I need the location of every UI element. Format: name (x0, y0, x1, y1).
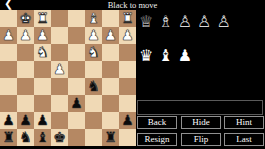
side-panel: ♕♗♙♙♙ ♛♝♟ Back Hide Hint Resign Flip Las… (136, 10, 265, 149)
black-bishop-piece[interactable]: ♝ (36, 129, 49, 146)
white-pawn-piece[interactable]: ♟ (36, 27, 49, 44)
square-a8[interactable] (119, 129, 136, 146)
square-f5[interactable] (34, 78, 51, 95)
square-e2[interactable] (51, 27, 68, 44)
black-pawn-piece[interactable]: ♟ (2, 112, 15, 129)
square-c4[interactable] (85, 61, 102, 78)
square-g8[interactable]: ♞ (17, 129, 34, 146)
square-a3[interactable] (119, 44, 136, 61)
square-c3[interactable]: ♞ (85, 44, 102, 61)
resign-button[interactable]: Resign (137, 133, 177, 146)
square-f2[interactable]: ♟ (34, 27, 51, 44)
square-f3[interactable]: ♞ (34, 44, 51, 61)
captured-black-pawn-icon: ♙ (216, 13, 230, 31)
black-knight-piece[interactable]: ♞ (19, 129, 32, 146)
square-f8[interactable]: ♝ (34, 129, 51, 146)
square-b2[interactable]: ♟ (102, 27, 119, 44)
captured-white-pawn-icon: ♟ (178, 47, 192, 65)
square-d5[interactable] (68, 78, 85, 95)
square-c8[interactable] (85, 129, 102, 146)
white-pawn-piece[interactable]: ♟ (121, 27, 134, 44)
square-g5[interactable] (17, 78, 34, 95)
square-g4[interactable] (17, 61, 34, 78)
square-b6[interactable] (102, 95, 119, 112)
square-f4[interactable] (34, 61, 51, 78)
white-knight-piece[interactable]: ♞ (36, 44, 49, 61)
square-e1[interactable] (51, 10, 68, 27)
square-h8[interactable]: ♜ (0, 129, 17, 146)
square-c2[interactable]: ♟ (85, 27, 102, 44)
square-h4[interactable] (0, 61, 17, 78)
square-e6[interactable] (51, 95, 68, 112)
square-g3[interactable] (17, 44, 34, 61)
chess-app-window: ❮ Black to move ♚♜♝♜♟♟♟♟♟♟♞♞♟♞♟♟♟♟♟♜♞♝♚♜… (0, 0, 265, 149)
top-bar: ❮ Black to move (0, 0, 265, 10)
square-d4[interactable] (68, 61, 85, 78)
square-d3[interactable] (68, 44, 85, 61)
square-b7[interactable] (102, 112, 119, 129)
captured-white-pieces-tray: ♛♝♟ (139, 47, 192, 65)
square-b3[interactable] (102, 44, 119, 61)
captured-black-pieces-tray: ♕♗♙♙♙ (139, 13, 231, 31)
square-d6[interactable]: ♟ (68, 95, 85, 112)
square-c7[interactable] (85, 112, 102, 129)
square-b8[interactable]: ♜ (102, 129, 119, 146)
square-d1[interactable] (68, 10, 85, 27)
square-e8[interactable]: ♚ (51, 129, 68, 146)
black-king-piece[interactable]: ♚ (53, 129, 66, 146)
white-rook-piece[interactable]: ♜ (36, 10, 49, 27)
black-pawn-piece[interactable]: ♟ (19, 112, 32, 129)
white-king-piece[interactable]: ♚ (19, 10, 32, 27)
hide-button[interactable]: Hide (181, 116, 221, 129)
square-e3[interactable] (51, 44, 68, 61)
black-knight-piece[interactable]: ♞ (87, 78, 100, 95)
flip-button[interactable]: Flip (181, 133, 221, 146)
square-a1[interactable]: ♜ (119, 10, 136, 27)
black-pawn-piece[interactable]: ♟ (70, 95, 83, 112)
square-b4[interactable] (102, 61, 119, 78)
black-pawn-piece[interactable]: ♟ (36, 112, 49, 129)
chess-board: ♚♜♝♜♟♟♟♟♟♟♞♞♟♞♟♟♟♟♟♜♞♝♚♜ (0, 10, 136, 146)
white-rook-piece[interactable]: ♜ (121, 10, 134, 27)
black-rook-piece[interactable]: ♜ (2, 129, 15, 146)
square-h6[interactable] (0, 95, 17, 112)
square-e5[interactable] (51, 78, 68, 95)
captured-black-pawn-icon: ♙ (197, 13, 211, 31)
square-g6[interactable] (17, 95, 34, 112)
status-title: Black to move (0, 0, 265, 10)
captured-white-queen-icon: ♛ (139, 47, 153, 65)
square-c1[interactable]: ♝ (85, 10, 102, 27)
square-f7[interactable]: ♟ (34, 112, 51, 129)
back-button[interactable]: Back (137, 116, 177, 129)
captured-black-queen-icon: ♕ (139, 13, 153, 31)
square-f1[interactable]: ♜ (34, 10, 51, 27)
square-a6[interactable] (119, 95, 136, 112)
square-h2[interactable]: ♟ (0, 27, 17, 44)
square-g1[interactable]: ♚ (17, 10, 34, 27)
square-a2[interactable]: ♟ (119, 27, 136, 44)
engine-status-box (137, 100, 263, 115)
square-e7[interactable] (51, 112, 68, 129)
captured-black-bishop-icon: ♗ (158, 13, 172, 31)
black-pawn-piece[interactable]: ♟ (121, 112, 134, 129)
square-b1[interactable] (102, 10, 119, 27)
square-e4[interactable]: ♟ (51, 61, 68, 78)
square-d8[interactable] (68, 129, 85, 146)
captured-black-pawn-icon: ♙ (178, 13, 192, 31)
square-c6[interactable] (85, 95, 102, 112)
white-pawn-piece[interactable]: ♟ (19, 27, 32, 44)
captured-white-bishop-icon: ♝ (158, 47, 172, 65)
hint-button[interactable]: Hint (224, 116, 264, 129)
square-a5[interactable] (119, 78, 136, 95)
square-b5[interactable] (102, 78, 119, 95)
square-h1[interactable] (0, 10, 17, 27)
square-g2[interactable]: ♟ (17, 27, 34, 44)
last-button[interactable]: Last (224, 133, 264, 146)
square-g7[interactable]: ♟ (17, 112, 34, 129)
square-c5[interactable]: ♞ (85, 78, 102, 95)
square-a7[interactable]: ♟ (119, 112, 136, 129)
square-f6[interactable] (34, 95, 51, 112)
white-pawn-piece[interactable]: ♟ (53, 61, 66, 78)
square-a4[interactable] (119, 61, 136, 78)
white-knight-piece[interactable]: ♞ (87, 44, 100, 61)
square-d7[interactable] (68, 112, 85, 129)
white-pawn-piece[interactable]: ♟ (87, 27, 100, 44)
white-bishop-piece[interactable]: ♝ (87, 10, 100, 27)
square-h7[interactable]: ♟ (0, 112, 17, 129)
square-d2[interactable] (68, 27, 85, 44)
square-h5[interactable] (0, 78, 17, 95)
black-rook-piece[interactable]: ♜ (104, 129, 117, 146)
white-pawn-piece[interactable]: ♟ (104, 27, 117, 44)
white-pawn-piece[interactable]: ♟ (2, 27, 15, 44)
square-h3[interactable] (0, 44, 17, 61)
